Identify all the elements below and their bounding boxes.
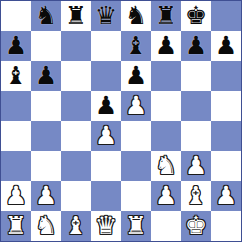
square-d4[interactable]: ♟ — [91, 121, 121, 151]
square-c8[interactable]: ♜ — [61, 1, 91, 31]
square-g4[interactable] — [181, 121, 211, 151]
square-e7[interactable]: ♝ — [121, 31, 151, 61]
square-e6[interactable]: ♟ — [121, 61, 151, 91]
square-g3[interactable]: ♟ — [181, 151, 211, 181]
piece-white-pawn[interactable]: ♟ — [125, 91, 147, 121]
square-d2[interactable] — [91, 181, 121, 211]
piece-black-rook[interactable]: ♜ — [65, 1, 87, 31]
square-g2[interactable]: ♝ — [181, 181, 211, 211]
square-b5[interactable] — [31, 91, 61, 121]
square-c6[interactable] — [61, 61, 91, 91]
square-d3[interactable] — [91, 151, 121, 181]
piece-white-queen[interactable]: ♛ — [95, 211, 117, 241]
square-d1[interactable]: ♛ — [91, 211, 121, 241]
square-b7[interactable] — [31, 31, 61, 61]
piece-white-bishop[interactable]: ♝ — [185, 181, 207, 211]
square-e1[interactable]: ♜ — [121, 211, 151, 241]
square-f5[interactable] — [151, 91, 181, 121]
square-f6[interactable] — [151, 61, 181, 91]
square-h3[interactable] — [211, 151, 241, 181]
square-d7[interactable] — [91, 31, 121, 61]
square-e3[interactable] — [121, 151, 151, 181]
piece-white-pawn[interactable]: ♟ — [155, 181, 177, 211]
square-f7[interactable]: ♟ — [151, 31, 181, 61]
piece-white-knight[interactable]: ♞ — [155, 151, 177, 181]
piece-black-pawn[interactable]: ♟ — [125, 61, 147, 91]
piece-white-king[interactable]: ♚ — [185, 211, 207, 241]
square-d5[interactable]: ♟ — [91, 91, 121, 121]
square-e4[interactable] — [121, 121, 151, 151]
square-g5[interactable] — [181, 91, 211, 121]
piece-white-knight[interactable]: ♞ — [35, 211, 57, 241]
piece-black-knight[interactable]: ♞ — [35, 1, 57, 31]
square-c5[interactable] — [61, 91, 91, 121]
square-c1[interactable]: ♝ — [61, 211, 91, 241]
piece-black-knight[interactable]: ♞ — [125, 1, 147, 31]
square-g6[interactable] — [181, 61, 211, 91]
piece-white-rook[interactable]: ♜ — [125, 211, 147, 241]
square-e8[interactable]: ♞ — [121, 1, 151, 31]
square-a6[interactable]: ♝ — [1, 61, 31, 91]
square-g8[interactable]: ♚ — [181, 1, 211, 31]
piece-black-pawn[interactable]: ♟ — [35, 61, 57, 91]
square-a2[interactable]: ♟ — [1, 181, 31, 211]
square-e2[interactable] — [121, 181, 151, 211]
square-b3[interactable] — [31, 151, 61, 181]
square-f8[interactable]: ♜ — [151, 1, 181, 31]
piece-black-bishop[interactable]: ♝ — [125, 31, 147, 61]
piece-white-pawn[interactable]: ♟ — [35, 181, 57, 211]
square-a5[interactable] — [1, 91, 31, 121]
square-b1[interactable]: ♞ — [31, 211, 61, 241]
square-c3[interactable] — [61, 151, 91, 181]
square-h6[interactable] — [211, 61, 241, 91]
square-a8[interactable] — [1, 1, 31, 31]
square-a4[interactable] — [1, 121, 31, 151]
square-h2[interactable]: ♟ — [211, 181, 241, 211]
square-f1[interactable] — [151, 211, 181, 241]
square-h4[interactable] — [211, 121, 241, 151]
square-f4[interactable] — [151, 121, 181, 151]
piece-white-pawn[interactable]: ♟ — [5, 181, 27, 211]
square-c4[interactable] — [61, 121, 91, 151]
piece-white-pawn[interactable]: ♟ — [185, 151, 207, 181]
piece-black-bishop[interactable]: ♝ — [5, 61, 27, 91]
square-c2[interactable] — [61, 181, 91, 211]
square-e5[interactable]: ♟ — [121, 91, 151, 121]
piece-black-pawn[interactable]: ♟ — [215, 31, 237, 61]
square-g1[interactable]: ♚ — [181, 211, 211, 241]
square-b6[interactable]: ♟ — [31, 61, 61, 91]
piece-black-rook[interactable]: ♜ — [155, 1, 177, 31]
square-g7[interactable]: ♟ — [181, 31, 211, 61]
square-f2[interactable]: ♟ — [151, 181, 181, 211]
square-a7[interactable]: ♟ — [1, 31, 31, 61]
piece-black-pawn[interactable]: ♟ — [155, 31, 177, 61]
piece-black-pawn[interactable]: ♟ — [5, 31, 27, 61]
piece-white-pawn[interactable]: ♟ — [95, 121, 117, 151]
square-b2[interactable]: ♟ — [31, 181, 61, 211]
piece-black-pawn[interactable]: ♟ — [95, 91, 117, 121]
square-a3[interactable] — [1, 151, 31, 181]
piece-black-queen[interactable]: ♛ — [95, 1, 117, 31]
square-h1[interactable] — [211, 211, 241, 241]
square-d8[interactable]: ♛ — [91, 1, 121, 31]
piece-white-pawn[interactable]: ♟ — [215, 181, 237, 211]
piece-white-bishop[interactable]: ♝ — [65, 211, 87, 241]
piece-black-pawn[interactable]: ♟ — [185, 31, 207, 61]
square-h5[interactable] — [211, 91, 241, 121]
square-c7[interactable] — [61, 31, 91, 61]
square-a1[interactable]: ♜ — [1, 211, 31, 241]
chess-board: ♞♜♛♞♜♚♟♝♟♟♟♝♟♟♟♟♟♞♟♟♟♟♝♟♜♞♝♛♜♚ — [0, 0, 242, 242]
square-b8[interactable]: ♞ — [31, 1, 61, 31]
square-h8[interactable] — [211, 1, 241, 31]
square-d6[interactable] — [91, 61, 121, 91]
square-b4[interactable] — [31, 121, 61, 151]
square-f3[interactable]: ♞ — [151, 151, 181, 181]
piece-white-rook[interactable]: ♜ — [5, 211, 27, 241]
square-h7[interactable]: ♟ — [211, 31, 241, 61]
piece-black-king[interactable]: ♚ — [185, 1, 207, 31]
